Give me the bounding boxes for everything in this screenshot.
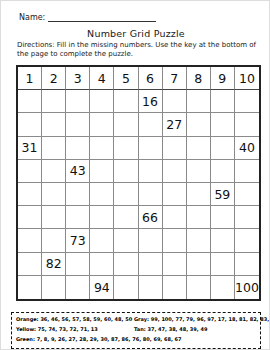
grid-cell-r3c4[interactable]: [90, 113, 114, 136]
grid-cell-r1c2: 2: [42, 67, 66, 90]
grid-cell-r7c7[interactable]: [163, 206, 187, 229]
key-color-label-green: Green:: [16, 336, 37, 342]
grid-cell-r5c3: 43: [66, 160, 90, 183]
key-entry-gray: Gray: 99, 100, 77, 79, 96, 97, 17, 18, 8…: [134, 316, 270, 322]
grid-cell-r6c2[interactable]: [42, 183, 66, 206]
grid-cell-r4c4[interactable]: [90, 137, 114, 160]
grid-cell-r9c8[interactable]: [187, 253, 211, 276]
grid-cell-r8c4[interactable]: [90, 229, 114, 252]
grid-cell-r1c8: 8: [187, 67, 211, 90]
grid-cell-r9c2: 82: [42, 253, 66, 276]
grid-cell-r6c9: 59: [211, 183, 235, 206]
grid-cell-r10c7[interactable]: [163, 276, 187, 299]
grid-cell-r2c3[interactable]: [66, 90, 90, 113]
key-numbers-yellow: 75, 74, 73, 72, 71, 13: [38, 326, 98, 332]
key-entry-yellow: Yellow: 75, 74, 73, 72, 71, 13: [16, 326, 98, 332]
key-color-label-orange: Orange:: [16, 316, 40, 322]
grid-cell-r5c1[interactable]: [18, 160, 42, 183]
key-entry-orange: Orange: 36, 46, 56, 57, 58, 59, 60, 48, …: [16, 316, 132, 322]
grid-cell-r3c5[interactable]: [114, 113, 138, 136]
grid-cell-r1c1: 1: [18, 67, 42, 90]
grid-cell-r3c6[interactable]: [139, 113, 163, 136]
grid-cell-r8c10[interactable]: [235, 229, 259, 252]
grid-cell-r2c9[interactable]: [211, 90, 235, 113]
grid-cell-r5c4[interactable]: [90, 160, 114, 183]
grid-cell-r10c10: 100: [235, 276, 259, 299]
grid-cell-r6c7[interactable]: [163, 183, 187, 206]
key-numbers-green: 7, 8, 9, 26, 27, 28, 29, 30, 87, 86, 76,…: [37, 336, 182, 342]
grid-cell-r4c6[interactable]: [139, 137, 163, 160]
grid-cell-r7c5[interactable]: [114, 206, 138, 229]
grid-cell-r3c3[interactable]: [66, 113, 90, 136]
grid-cell-r4c9[interactable]: [211, 137, 235, 160]
key-numbers-tan: 37, 47, 38, 48, 39, 49: [147, 326, 207, 332]
name-label: Name:: [19, 13, 45, 22]
worksheet-page: Name: Number Grid Puzzle Directions: Fil…: [0, 0, 270, 350]
grid-cell-r9c9[interactable]: [211, 253, 235, 276]
grid-cell-r10c5[interactable]: [114, 276, 138, 299]
grid-cell-r6c8[interactable]: [187, 183, 211, 206]
grid-cell-r1c4: 4: [90, 67, 114, 90]
grid-cell-r5c2[interactable]: [42, 160, 66, 183]
grid-cell-r4c1: 31: [18, 137, 42, 160]
grid-cell-r2c6: 16: [139, 90, 163, 113]
directions-text: Directions: Fill in the missing numbers.…: [17, 41, 257, 59]
grid-cell-r10c6[interactable]: [139, 276, 163, 299]
name-row: Name:: [19, 13, 156, 22]
grid-cell-r10c2[interactable]: [42, 276, 66, 299]
key-color-label-tan: Tan:: [134, 326, 147, 332]
grid-cell-r9c6[interactable]: [139, 253, 163, 276]
grid-cell-r9c10[interactable]: [235, 253, 259, 276]
grid-cell-r5c7[interactable]: [163, 160, 187, 183]
grid-cell-r8c6[interactable]: [139, 229, 163, 252]
grid-cell-r2c7[interactable]: [163, 90, 187, 113]
grid-cell-r9c4[interactable]: [90, 253, 114, 276]
grid-cell-r7c3[interactable]: [66, 206, 90, 229]
key-entry-tan: Tan: 37, 47, 38, 48, 39, 49: [134, 326, 207, 332]
grid-cell-r6c3[interactable]: [66, 183, 90, 206]
grid-cell-r4c8[interactable]: [187, 137, 211, 160]
grid-cell-r9c5[interactable]: [114, 253, 138, 276]
color-key-box: Orange: 36, 46, 56, 57, 58, 59, 60, 48, …: [11, 312, 261, 349]
grid-cell-r10c8[interactable]: [187, 276, 211, 299]
key-color-label-gray: Gray:: [134, 316, 151, 322]
grid-cell-r7c8[interactable]: [187, 206, 211, 229]
key-numbers-gray: 99, 100, 77, 79, 96, 97, 17, 18, 81, 82,…: [151, 316, 270, 322]
grid-cell-r1c9: 9: [211, 67, 235, 90]
grid-cell-r8c8[interactable]: [187, 229, 211, 252]
grid-cell-r8c5[interactable]: [114, 229, 138, 252]
grid-cell-r8c2[interactable]: [42, 229, 66, 252]
grid-cell-r1c7: 7: [163, 67, 187, 90]
grid-cell-r7c10[interactable]: [235, 206, 259, 229]
grid-cell-r3c1[interactable]: [18, 113, 42, 136]
grid-cell-r1c10: 10: [235, 67, 259, 90]
grid-cell-r7c9[interactable]: [211, 206, 235, 229]
grid-cell-r7c6: 66: [139, 206, 163, 229]
grid-cell-r4c2[interactable]: [42, 137, 66, 160]
key-numbers-orange: 36, 46, 56, 57, 58, 59, 60, 48, 50: [40, 316, 132, 322]
key-entry-green: Green: 7, 8, 9, 26, 27, 28, 29, 30, 87, …: [16, 336, 182, 342]
grid-cell-r3c10[interactable]: [235, 113, 259, 136]
grid-cell-r2c10[interactable]: [235, 90, 259, 113]
grid-cell-r8c9[interactable]: [211, 229, 235, 252]
grid-cell-r2c1[interactable]: [18, 90, 42, 113]
grid-cell-r7c1[interactable]: [18, 206, 42, 229]
grid-cell-r3c7: 27: [163, 113, 187, 136]
grid-cell-r9c7[interactable]: [163, 253, 187, 276]
number-grid: 1234567891016273140435966738294100: [16, 65, 261, 301]
grid-cell-r6c6[interactable]: [139, 183, 163, 206]
grid-cell-r5c9[interactable]: [211, 160, 235, 183]
name-blank-line[interactable]: [48, 13, 156, 22]
grid-cell-r10c4: 94: [90, 276, 114, 299]
key-color-label-yellow: Yellow:: [16, 326, 38, 332]
grid-cell-r6c4[interactable]: [90, 183, 114, 206]
grid-cell-r2c5[interactable]: [114, 90, 138, 113]
grid-cell-r9c1[interactable]: [18, 253, 42, 276]
grid-cell-r10c1[interactable]: [18, 276, 42, 299]
grid-cell-r8c1[interactable]: [18, 229, 42, 252]
grid-cell-r10c9[interactable]: [211, 276, 235, 299]
grid-cell-r4c7[interactable]: [163, 137, 187, 160]
grid-cell-r2c8[interactable]: [187, 90, 211, 113]
grid-cell-r10c3[interactable]: [66, 276, 90, 299]
grid-cell-r5c10[interactable]: [235, 160, 259, 183]
grid-cell-r8c7[interactable]: [163, 229, 187, 252]
grid-cell-r1c3: 3: [66, 67, 90, 90]
grid-cell-r5c6[interactable]: [139, 160, 163, 183]
grid-cell-r1c6: 6: [139, 67, 163, 90]
grid-cell-r1c5: 5: [114, 67, 138, 90]
grid-cell-r5c5[interactable]: [114, 160, 138, 183]
grid-cell-r6c10[interactable]: [235, 183, 259, 206]
grid-cell-r2c4[interactable]: [90, 90, 114, 113]
grid-cell-r3c8[interactable]: [187, 113, 211, 136]
grid-cell-r3c9[interactable]: [211, 113, 235, 136]
worksheet-title: Number Grid Puzzle: [1, 28, 270, 39]
grid-cell-r5c8[interactable]: [187, 160, 211, 183]
grid-cell-r4c10: 40: [235, 137, 259, 160]
grid-cell-r4c3[interactable]: [66, 137, 90, 160]
grid-cell-r2c2[interactable]: [42, 90, 66, 113]
grid-cell-r6c1[interactable]: [18, 183, 42, 206]
grid-cell-r7c2[interactable]: [42, 206, 66, 229]
grid-cell-r7c4[interactable]: [90, 206, 114, 229]
grid-cell-r8c3: 73: [66, 229, 90, 252]
grid-cell-r3c2[interactable]: [42, 113, 66, 136]
grid-cell-r9c3[interactable]: [66, 253, 90, 276]
grid-cell-r4c5[interactable]: [114, 137, 138, 160]
grid-cell-r6c5[interactable]: [114, 183, 138, 206]
